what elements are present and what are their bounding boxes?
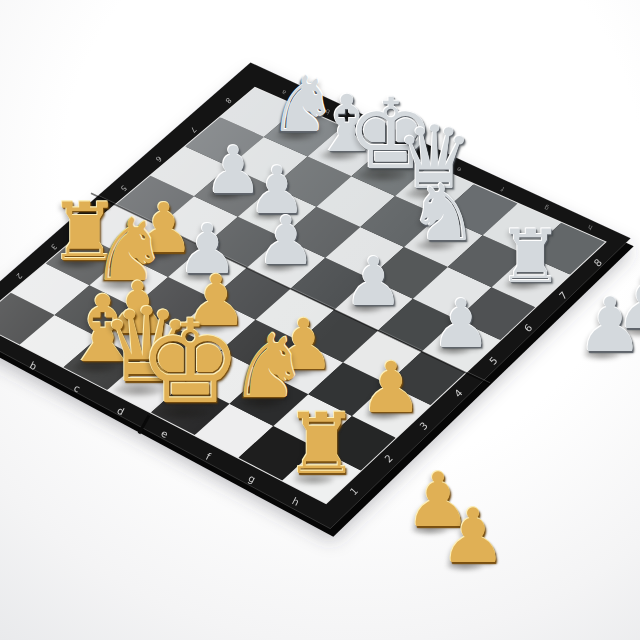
chess-board: a1a1b2b2c3c3d4d4e5e5f6f6g7g7h8h8 — [0, 0, 640, 640]
board-sheen — [0, 88, 605, 503]
product-photo: a1a1b2b2c3c3d4d4e5e5f6f6g7g7h8h8 ♞♝♚♛♟♟♞… — [0, 0, 640, 640]
